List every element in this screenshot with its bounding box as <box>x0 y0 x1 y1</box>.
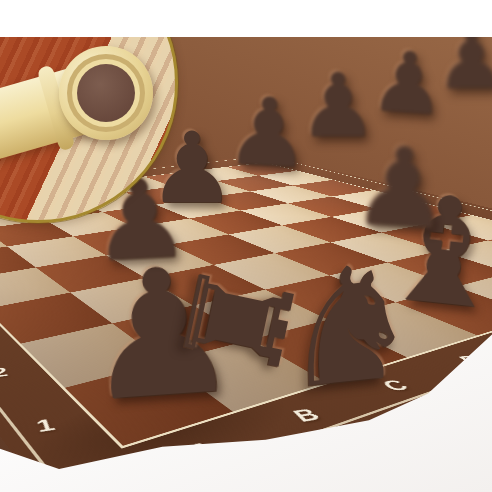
ivory-piece-base <box>59 46 153 140</box>
felt-base-pad-icon <box>77 64 135 122</box>
photo-matte-top <box>0 0 492 37</box>
file-label-b: B <box>288 405 326 426</box>
rank-label-1: 1 <box>34 415 58 436</box>
rank-label-2: 2 <box>0 365 10 381</box>
file-label-c: C <box>377 377 415 395</box>
chess-set-product-photo: ABCDEFGH12345678 ♟♜♞♝♟♟♟♟♟♟♟ <box>0 0 492 492</box>
